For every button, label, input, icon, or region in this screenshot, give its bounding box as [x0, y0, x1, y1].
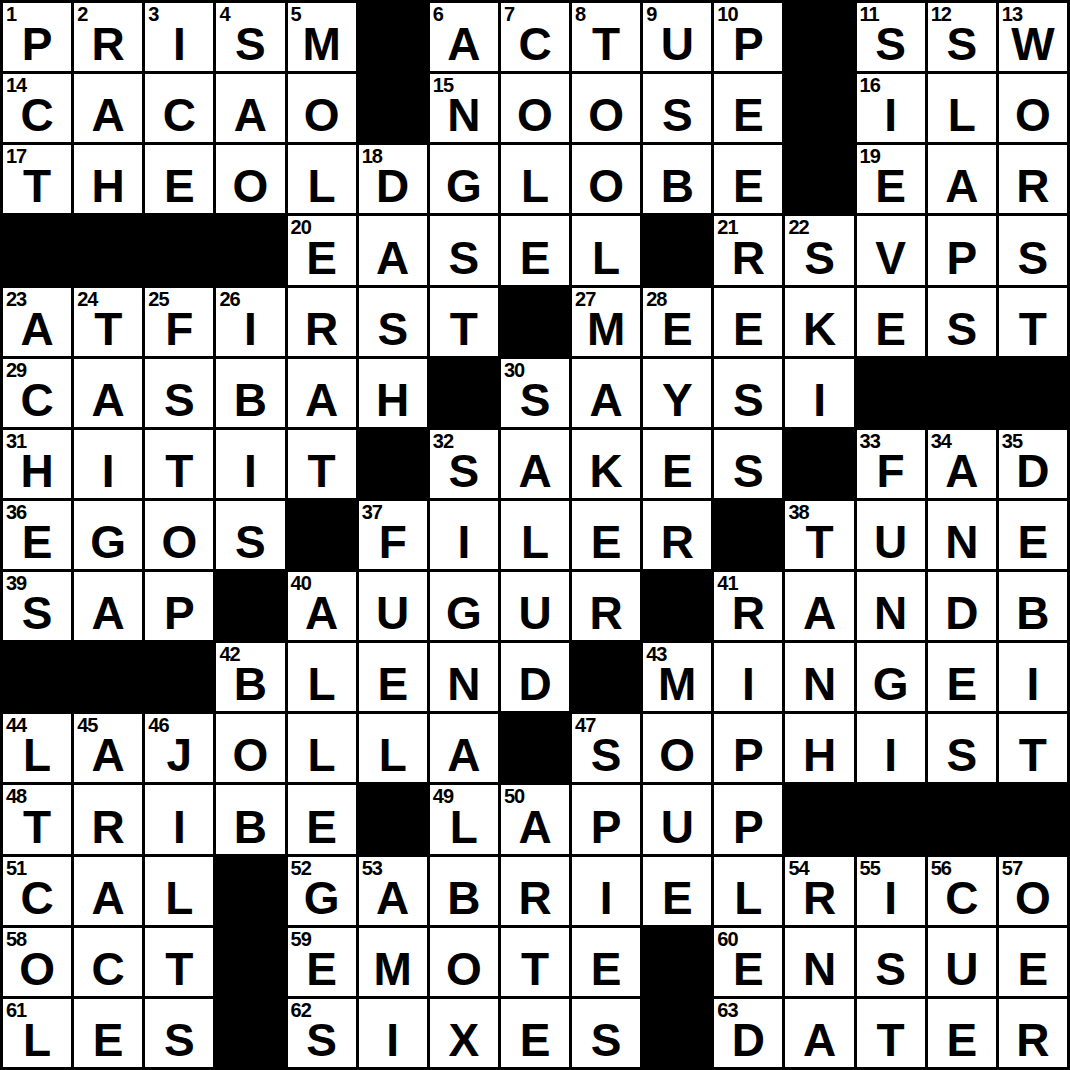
cell-r9c3[interactable]: P: [145, 572, 213, 640]
cell-r8c7[interactable]: I: [430, 501, 498, 569]
cell-r12c10[interactable]: U: [643, 785, 711, 853]
cell-r14c12[interactable]: N: [785, 928, 853, 996]
cell-r12c4[interactable]: B: [216, 785, 284, 853]
cell-r8c13[interactable]: U: [857, 501, 925, 569]
black-cell-r2c6: [359, 74, 427, 142]
cell-r12c7[interactable]: 49L: [430, 785, 498, 853]
cell-r14c6[interactable]: M: [359, 928, 427, 996]
cell-r12c11[interactable]: P: [714, 785, 782, 853]
cell-letter: A: [74, 875, 142, 921]
cell-r3c6[interactable]: 18D: [359, 145, 427, 213]
cell-letter: V: [857, 235, 925, 281]
cell-r1c4[interactable]: 4S: [216, 3, 284, 71]
cell-r5c9[interactable]: 27M: [572, 288, 640, 356]
cell-letter: H: [3, 448, 71, 494]
cell-r2c13[interactable]: 16I: [857, 74, 925, 142]
black-cell-r15c10: [643, 999, 711, 1067]
black-cell-r6c15: [999, 359, 1067, 427]
cell-r8c9[interactable]: E: [572, 501, 640, 569]
cell-letter: S: [145, 1017, 213, 1063]
cell-r8c3[interactable]: O: [145, 501, 213, 569]
cell-letter: F: [145, 306, 213, 352]
cell-r4c13[interactable]: V: [857, 216, 925, 284]
cell-letter: E: [572, 946, 640, 992]
cell-letter: A: [216, 92, 284, 138]
cell-r7c9[interactable]: K: [572, 430, 640, 498]
cell-letter: L: [288, 163, 356, 209]
cell-r15c14[interactable]: E: [928, 999, 996, 1067]
cell-r12c9[interactable]: P: [572, 785, 640, 853]
cell-r3c5[interactable]: L: [288, 145, 356, 213]
cell-r2c8[interactable]: O: [501, 74, 569, 142]
cell-r6c4[interactable]: B: [216, 359, 284, 427]
cell-r15c9[interactable]: S: [572, 999, 640, 1067]
cell-r6c10[interactable]: Y: [643, 359, 711, 427]
cell-letter: G: [74, 519, 142, 565]
cell-r3c2[interactable]: H: [74, 145, 142, 213]
cell-letter: T: [3, 163, 71, 209]
cell-r14c14[interactable]: U: [928, 928, 996, 996]
cell-r9c9[interactable]: R: [572, 572, 640, 640]
cell-letter: I: [857, 732, 925, 778]
cell-r7c3[interactable]: T: [145, 430, 213, 498]
cell-r6c9[interactable]: A: [572, 359, 640, 427]
cell-letter: S: [857, 21, 925, 67]
cell-r10c5[interactable]: L: [288, 643, 356, 711]
cell-r13c3[interactable]: L: [145, 857, 213, 925]
cell-letter: R: [714, 590, 782, 636]
cell-letter: B: [430, 875, 498, 921]
cell-letter: O: [572, 163, 640, 209]
cell-r4c15[interactable]: S: [999, 216, 1067, 284]
cell-r6c12[interactable]: I: [785, 359, 853, 427]
cell-r10c8[interactable]: D: [501, 643, 569, 711]
cell-letter: S: [3, 590, 71, 636]
cell-r2c7[interactable]: 15N: [430, 74, 498, 142]
cell-r13c13[interactable]: 55I: [857, 857, 925, 925]
cell-letter: A: [288, 590, 356, 636]
cell-r13c6[interactable]: 53A: [359, 857, 427, 925]
cell-letter: I: [999, 661, 1067, 707]
cell-letter: E: [928, 1017, 996, 1063]
cell-r11c3[interactable]: 46J: [145, 714, 213, 782]
cell-r10c7[interactable]: N: [430, 643, 498, 711]
cell-letter: S: [928, 732, 996, 778]
cell-r13c9[interactable]: I: [572, 857, 640, 925]
cell-r9c14[interactable]: D: [928, 572, 996, 640]
cell-r9c12[interactable]: A: [785, 572, 853, 640]
cell-letter: L: [288, 732, 356, 778]
black-cell-r7c6: [359, 430, 427, 498]
cell-letter: A: [359, 235, 427, 281]
cell-letter: A: [430, 732, 498, 778]
cell-letter: R: [501, 875, 569, 921]
cell-letter: N: [430, 661, 498, 707]
cell-r15c15[interactable]: R: [999, 999, 1067, 1067]
cell-r2c11[interactable]: E: [714, 74, 782, 142]
cell-r5c11[interactable]: E: [714, 288, 782, 356]
cell-r15c8[interactable]: E: [501, 999, 569, 1067]
cell-letter: S: [430, 235, 498, 281]
black-cell-r12c13: [857, 785, 925, 853]
cell-r11c9[interactable]: 47S: [572, 714, 640, 782]
cell-r13c8[interactable]: R: [501, 857, 569, 925]
cell-r2c4[interactable]: A: [216, 74, 284, 142]
cell-r7c5[interactable]: T: [288, 430, 356, 498]
cell-r15c1[interactable]: 61L: [3, 999, 71, 1067]
cell-r5c1[interactable]: 23A: [3, 288, 71, 356]
cell-r11c4[interactable]: O: [216, 714, 284, 782]
cell-r14c11[interactable]: 60E: [714, 928, 782, 996]
cell-letter: C: [928, 875, 996, 921]
cell-r11c1[interactable]: 44L: [3, 714, 71, 782]
cell-r5c13[interactable]: E: [857, 288, 925, 356]
cell-r11c14[interactable]: S: [928, 714, 996, 782]
cell-r3c15[interactable]: R: [999, 145, 1067, 213]
cell-r4c7[interactable]: S: [430, 216, 498, 284]
cell-letter: A: [928, 163, 996, 209]
cell-r12c5[interactable]: E: [288, 785, 356, 853]
cell-letter: S: [145, 377, 213, 423]
cell-r5c15[interactable]: T: [999, 288, 1067, 356]
cell-r14c5[interactable]: 59E: [288, 928, 356, 996]
cell-r6c3[interactable]: S: [145, 359, 213, 427]
cell-r1c3[interactable]: 3I: [145, 3, 213, 71]
cell-r4c14[interactable]: P: [928, 216, 996, 284]
cell-r2c3[interactable]: C: [145, 74, 213, 142]
cell-r5c3[interactable]: 25F: [145, 288, 213, 356]
cell-r13c14[interactable]: 56C: [928, 857, 996, 925]
cell-r7c11[interactable]: S: [714, 430, 782, 498]
cell-r10c6[interactable]: E: [359, 643, 427, 711]
cell-letter: O: [216, 163, 284, 209]
cell-letter: D: [714, 1017, 782, 1063]
cell-r3c3[interactable]: E: [145, 145, 213, 213]
black-cell-r9c4: [216, 572, 284, 640]
cell-r2c14[interactable]: L: [928, 74, 996, 142]
cell-letter: E: [288, 946, 356, 992]
cell-letter: G: [430, 590, 498, 636]
cell-r4c6[interactable]: A: [359, 216, 427, 284]
black-cell-r14c4: [216, 928, 284, 996]
cell-r10c10[interactable]: 43M: [643, 643, 711, 711]
cell-r6c2[interactable]: A: [74, 359, 142, 427]
cell-r7c1[interactable]: 31H: [3, 430, 71, 498]
cell-letter: S: [785, 235, 853, 281]
cell-letter: R: [999, 163, 1067, 209]
cell-r15c2[interactable]: E: [74, 999, 142, 1067]
cell-letter: E: [359, 661, 427, 707]
cell-r5c4[interactable]: 26I: [216, 288, 284, 356]
cell-r3c7[interactable]: G: [430, 145, 498, 213]
cell-letter: J: [145, 732, 213, 778]
cell-r3c4[interactable]: O: [216, 145, 284, 213]
cell-r7c2[interactable]: I: [74, 430, 142, 498]
cell-r7c4[interactable]: I: [216, 430, 284, 498]
cell-r7c7[interactable]: 32S: [430, 430, 498, 498]
cell-letter: C: [145, 92, 213, 138]
cell-r11c6[interactable]: L: [359, 714, 427, 782]
cell-letter: A: [288, 377, 356, 423]
cell-letter: T: [430, 306, 498, 352]
cell-letter: I: [572, 875, 640, 921]
cell-letter: L: [3, 732, 71, 778]
cell-r1c13[interactable]: 11S: [857, 3, 925, 71]
cell-r7c15[interactable]: 35D: [999, 430, 1067, 498]
cell-r11c12[interactable]: H: [785, 714, 853, 782]
cell-r11c5[interactable]: L: [288, 714, 356, 782]
cell-r15c13[interactable]: T: [857, 999, 925, 1067]
cell-r9c15[interactable]: B: [999, 572, 1067, 640]
cell-letter: S: [216, 519, 284, 565]
cell-r14c3[interactable]: T: [145, 928, 213, 996]
cell-r14c13[interactable]: S: [857, 928, 925, 996]
cell-r13c2[interactable]: A: [74, 857, 142, 925]
cell-r2c5[interactable]: O: [288, 74, 356, 142]
cell-r15c5[interactable]: 62S: [288, 999, 356, 1067]
cell-r13c11[interactable]: L: [714, 857, 782, 925]
cell-r14c2[interactable]: C: [74, 928, 142, 996]
cell-r11c7[interactable]: A: [430, 714, 498, 782]
cell-r12c3[interactable]: I: [145, 785, 213, 853]
cell-r14c9[interactable]: E: [572, 928, 640, 996]
cell-r9c8[interactable]: U: [501, 572, 569, 640]
cell-letter: P: [928, 235, 996, 281]
cell-letter: C: [3, 377, 71, 423]
cell-r1c7[interactable]: 6A: [430, 3, 498, 71]
cell-letter: A: [74, 377, 142, 423]
cell-r9c11[interactable]: 41R: [714, 572, 782, 640]
cell-r8c6[interactable]: 37F: [359, 501, 427, 569]
cell-letter: R: [288, 306, 356, 352]
cell-letter: U: [359, 590, 427, 636]
cell-r13c10[interactable]: E: [643, 857, 711, 925]
cell-r3c8[interactable]: L: [501, 145, 569, 213]
black-cell-r14c10: [643, 928, 711, 996]
cell-r10c12[interactable]: N: [785, 643, 853, 711]
cell-r14c7[interactable]: O: [430, 928, 498, 996]
cell-r6c8[interactable]: 30S: [501, 359, 569, 427]
cell-r14c15[interactable]: E: [999, 928, 1067, 996]
cell-r11c10[interactable]: O: [643, 714, 711, 782]
cell-letter: L: [288, 661, 356, 707]
cell-r5c7[interactable]: T: [430, 288, 498, 356]
cell-letter: I: [714, 661, 782, 707]
cell-r8c2[interactable]: G: [74, 501, 142, 569]
cell-letter: K: [785, 306, 853, 352]
black-cell-r12c14: [928, 785, 996, 853]
cell-letter: G: [288, 875, 356, 921]
cell-letter: T: [501, 946, 569, 992]
cell-letter: E: [857, 306, 925, 352]
cell-r2c9[interactable]: O: [572, 74, 640, 142]
cell-r3c9[interactable]: O: [572, 145, 640, 213]
cell-r6c6[interactable]: H: [359, 359, 427, 427]
cell-r8c15[interactable]: E: [999, 501, 1067, 569]
cell-r12c2[interactable]: R: [74, 785, 142, 853]
cell-r5c2[interactable]: 24T: [74, 288, 142, 356]
cell-letter: T: [999, 306, 1067, 352]
cell-r1c2[interactable]: 2R: [74, 3, 142, 71]
cell-letter: S: [572, 1017, 640, 1063]
cell-letter: A: [74, 92, 142, 138]
cell-r4c11[interactable]: 21R: [714, 216, 782, 284]
cell-letter: S: [359, 306, 427, 352]
black-cell-r10c9: [572, 643, 640, 711]
cell-r6c11[interactable]: S: [714, 359, 782, 427]
cell-letter: P: [3, 21, 71, 67]
cell-letter: E: [714, 946, 782, 992]
cell-letter: I: [216, 306, 284, 352]
cell-r1c14[interactable]: 12S: [928, 3, 996, 71]
cell-letter: A: [785, 590, 853, 636]
cell-letter: P: [714, 732, 782, 778]
cell-letter: X: [430, 1017, 498, 1063]
cell-letter: L: [928, 92, 996, 138]
black-cell-r10c1: [3, 643, 71, 711]
cell-letter: M: [572, 306, 640, 352]
cell-r8c10[interactable]: R: [643, 501, 711, 569]
cell-letter: U: [928, 946, 996, 992]
cell-letter: U: [643, 804, 711, 850]
cell-letter: R: [74, 21, 142, 67]
cell-r4c8[interactable]: E: [501, 216, 569, 284]
cell-r10c15[interactable]: I: [999, 643, 1067, 711]
cell-r1c9[interactable]: 8T: [572, 3, 640, 71]
cell-r8c8[interactable]: L: [501, 501, 569, 569]
black-cell-r11c8: [501, 714, 569, 782]
cell-r1c1[interactable]: 1P: [3, 3, 71, 71]
cell-letter: P: [714, 804, 782, 850]
cell-r14c8[interactable]: T: [501, 928, 569, 996]
cell-r2c15[interactable]: O: [999, 74, 1067, 142]
cell-letter: R: [714, 235, 782, 281]
cell-r15c6[interactable]: I: [359, 999, 427, 1067]
cell-r2c10[interactable]: S: [643, 74, 711, 142]
cell-r9c2[interactable]: A: [74, 572, 142, 640]
cell-letter: L: [501, 163, 569, 209]
cell-r10c4[interactable]: 42B: [216, 643, 284, 711]
cell-r1c8[interactable]: 7C: [501, 3, 569, 71]
cell-r13c15[interactable]: 57O: [999, 857, 1067, 925]
cell-r15c12[interactable]: A: [785, 999, 853, 1067]
cell-r8c12[interactable]: 38T: [785, 501, 853, 569]
cell-r8c1[interactable]: 36E: [3, 501, 71, 569]
cell-r4c12[interactable]: 22S: [785, 216, 853, 284]
cell-r9c7[interactable]: G: [430, 572, 498, 640]
cell-letter: I: [857, 92, 925, 138]
cell-r5c12[interactable]: K: [785, 288, 853, 356]
cell-r13c1[interactable]: 51C: [3, 857, 71, 925]
cell-letter: E: [643, 875, 711, 921]
cell-letter: I: [74, 448, 142, 494]
cell-r12c8[interactable]: 50A: [501, 785, 569, 853]
cell-letter: B: [216, 804, 284, 850]
black-cell-r4c2: [74, 216, 142, 284]
cell-r7c14[interactable]: 34A: [928, 430, 996, 498]
cell-r15c7[interactable]: X: [430, 999, 498, 1067]
cell-letter: Y: [643, 377, 711, 423]
cell-r3c10[interactable]: B: [643, 145, 711, 213]
cell-r15c3[interactable]: S: [145, 999, 213, 1067]
cell-r7c10[interactable]: E: [643, 430, 711, 498]
cell-r13c5[interactable]: 52G: [288, 857, 356, 925]
cell-letter: B: [999, 590, 1067, 636]
cell-letter: L: [714, 875, 782, 921]
cell-r1c10[interactable]: 9U: [643, 3, 711, 71]
cell-letter: B: [643, 163, 711, 209]
cell-letter: R: [572, 590, 640, 636]
cell-r10c11[interactable]: I: [714, 643, 782, 711]
cell-letter: A: [74, 590, 142, 636]
cell-r11c13[interactable]: I: [857, 714, 925, 782]
cell-r9c13[interactable]: N: [857, 572, 925, 640]
cell-letter: R: [785, 875, 853, 921]
cell-r1c15[interactable]: 13W: [999, 3, 1067, 71]
cell-r2c1[interactable]: 14C: [3, 74, 71, 142]
black-cell-r5c8: [501, 288, 569, 356]
cell-letter: A: [430, 21, 498, 67]
cell-r1c5[interactable]: 5M: [288, 3, 356, 71]
cell-letter: E: [999, 946, 1067, 992]
cell-r3c1[interactable]: 17T: [3, 145, 71, 213]
cell-r4c9[interactable]: L: [572, 216, 640, 284]
cell-r8c14[interactable]: N: [928, 501, 996, 569]
cell-r11c15[interactable]: T: [999, 714, 1067, 782]
cell-r4c5[interactable]: 20E: [288, 216, 356, 284]
cell-letter: F: [359, 519, 427, 565]
cell-letter: L: [359, 732, 427, 778]
cell-r5c10[interactable]: 28E: [643, 288, 711, 356]
cell-r15c11[interactable]: 63D: [714, 999, 782, 1067]
cell-r10c13[interactable]: G: [857, 643, 925, 711]
cell-r11c2[interactable]: 45A: [74, 714, 142, 782]
cell-letter: S: [714, 448, 782, 494]
cell-r9c6[interactable]: U: [359, 572, 427, 640]
cell-letter: E: [714, 92, 782, 138]
cell-letter: T: [145, 946, 213, 992]
cell-r5c5[interactable]: R: [288, 288, 356, 356]
cell-r11c11[interactable]: P: [714, 714, 782, 782]
cell-r6c1[interactable]: 29C: [3, 359, 71, 427]
cell-r9c1[interactable]: 39S: [3, 572, 71, 640]
cell-r2c2[interactable]: A: [74, 74, 142, 142]
cell-letter: C: [501, 21, 569, 67]
cell-letter: K: [572, 448, 640, 494]
cell-letter: O: [999, 875, 1067, 921]
cell-r7c13[interactable]: 33F: [857, 430, 925, 498]
cell-r13c12[interactable]: 54R: [785, 857, 853, 925]
cell-r13c7[interactable]: B: [430, 857, 498, 925]
cell-r9c5[interactable]: 40A: [288, 572, 356, 640]
cell-r6c5[interactable]: A: [288, 359, 356, 427]
cell-r14c1[interactable]: 58O: [3, 928, 71, 996]
cell-r5c14[interactable]: S: [928, 288, 996, 356]
cell-letter: R: [74, 804, 142, 850]
cell-r10c14[interactable]: E: [928, 643, 996, 711]
crossword-board: 1P2R3I4S5M6A7C8T9U10P11S12S13W14CACAO15N…: [0, 0, 1070, 1070]
cell-r3c11[interactable]: E: [714, 145, 782, 213]
cell-r3c14[interactable]: A: [928, 145, 996, 213]
cell-r5c6[interactable]: S: [359, 288, 427, 356]
cell-r12c1[interactable]: 48T: [3, 785, 71, 853]
cell-r8c4[interactable]: S: [216, 501, 284, 569]
cell-r7c8[interactable]: A: [501, 430, 569, 498]
cell-r1c11[interactable]: 10P: [714, 3, 782, 71]
cell-r3c13[interactable]: 19E: [857, 145, 925, 213]
black-cell-r15c4: [216, 999, 284, 1067]
cell-letter: O: [572, 92, 640, 138]
